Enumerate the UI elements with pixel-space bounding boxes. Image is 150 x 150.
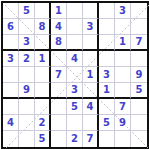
cell-r2c8[interactable] xyxy=(115,19,131,35)
cell-r9c2[interactable] xyxy=(19,131,35,147)
cell-r2c5[interactable] xyxy=(67,19,83,35)
cell-r8c1[interactable]: 4 xyxy=(3,115,19,131)
sudoku-board: 513684338173214713993155474259527 xyxy=(1,1,149,149)
cell-r2c6[interactable]: 3 xyxy=(83,19,99,35)
cell-r2c2[interactable] xyxy=(19,19,35,35)
cell-r1c4[interactable]: 1 xyxy=(51,3,67,19)
cell-r7c5[interactable]: 5 xyxy=(67,99,83,115)
cell-r1c6[interactable] xyxy=(83,3,99,19)
cell-r6c3[interactable] xyxy=(35,83,51,99)
cell-r6c2[interactable]: 9 xyxy=(19,83,35,99)
cell-r3c3[interactable] xyxy=(35,35,51,51)
cell-r8c7[interactable]: 5 xyxy=(99,115,115,131)
cell-r4c6[interactable] xyxy=(83,51,99,67)
cell-r7c9[interactable] xyxy=(131,99,147,115)
cell-r8c4[interactable] xyxy=(51,115,67,131)
cell-r6c4[interactable] xyxy=(51,83,67,99)
cell-r3c1[interactable] xyxy=(3,35,19,51)
cell-r1c9[interactable] xyxy=(131,3,147,19)
cell-r9c6[interactable]: 7 xyxy=(83,131,99,147)
cell-r1c2[interactable]: 5 xyxy=(19,3,35,19)
cell-r4c4[interactable] xyxy=(51,51,67,67)
cell-r6c8[interactable] xyxy=(115,83,131,99)
cell-r5c7[interactable]: 3 xyxy=(99,67,115,83)
cell-r8c5[interactable] xyxy=(67,115,83,131)
cell-r4c2[interactable]: 2 xyxy=(19,51,35,67)
cell-r7c8[interactable]: 7 xyxy=(115,99,131,115)
cell-r3c9[interactable]: 7 xyxy=(131,35,147,51)
cell-r1c1[interactable] xyxy=(3,3,19,19)
cell-r3c7[interactable] xyxy=(99,35,115,51)
cell-r6c5[interactable]: 3 xyxy=(67,83,83,99)
cell-r6c1[interactable] xyxy=(3,83,19,99)
cell-r1c8[interactable]: 3 xyxy=(115,3,131,19)
cell-r7c2[interactable] xyxy=(19,99,35,115)
cell-r7c6[interactable]: 4 xyxy=(83,99,99,115)
cell-r8c2[interactable] xyxy=(19,115,35,131)
cell-r5c6[interactable]: 1 xyxy=(83,67,99,83)
cell-r5c8[interactable] xyxy=(115,67,131,83)
cell-r9c4[interactable] xyxy=(51,131,67,147)
cell-r2c9[interactable] xyxy=(131,19,147,35)
cell-r3c8[interactable]: 1 xyxy=(115,35,131,51)
cell-r4c5[interactable]: 4 xyxy=(67,51,83,67)
cell-r9c7[interactable] xyxy=(99,131,115,147)
cell-r2c4[interactable]: 4 xyxy=(51,19,67,35)
cell-r8c6[interactable] xyxy=(83,115,99,131)
cell-r7c3[interactable] xyxy=(35,99,51,115)
cell-r4c8[interactable] xyxy=(115,51,131,67)
cell-r6c9[interactable]: 5 xyxy=(131,83,147,99)
cell-r3c5[interactable] xyxy=(67,35,83,51)
cell-r4c3[interactable]: 1 xyxy=(35,51,51,67)
cell-r1c3[interactable] xyxy=(35,3,51,19)
cell-r2c7[interactable] xyxy=(99,19,115,35)
cell-r5c9[interactable]: 9 xyxy=(131,67,147,83)
cell-r6c7[interactable]: 1 xyxy=(99,83,115,99)
cell-r5c2[interactable] xyxy=(19,67,35,83)
cell-r7c1[interactable] xyxy=(3,99,19,115)
cell-r6c6[interactable] xyxy=(83,83,99,99)
cell-r9c8[interactable] xyxy=(115,131,131,147)
cell-r8c8[interactable]: 9 xyxy=(115,115,131,131)
cell-r4c1[interactable]: 3 xyxy=(3,51,19,67)
cell-r9c3[interactable]: 5 xyxy=(35,131,51,147)
cell-r5c4[interactable]: 7 xyxy=(51,67,67,83)
cell-r4c9[interactable] xyxy=(131,51,147,67)
cell-r1c7[interactable] xyxy=(99,3,115,19)
cell-r8c3[interactable]: 2 xyxy=(35,115,51,131)
cell-r5c5[interactable] xyxy=(67,67,83,83)
cell-r3c2[interactable]: 3 xyxy=(19,35,35,51)
sudoku-board-wrapper: 513684338173214713993155474259527 xyxy=(1,1,149,149)
cell-r2c1[interactable]: 6 xyxy=(3,19,19,35)
cell-r9c1[interactable] xyxy=(3,131,19,147)
cell-r3c4[interactable]: 8 xyxy=(51,35,67,51)
cell-r5c1[interactable] xyxy=(3,67,19,83)
cell-r7c7[interactable] xyxy=(99,99,115,115)
cell-r9c9[interactable] xyxy=(131,131,147,147)
cell-r4c7[interactable] xyxy=(99,51,115,67)
cell-r8c9[interactable] xyxy=(131,115,147,131)
cell-r7c4[interactable] xyxy=(51,99,67,115)
cell-r2c3[interactable]: 8 xyxy=(35,19,51,35)
cell-r3c6[interactable] xyxy=(83,35,99,51)
cell-r1c5[interactable] xyxy=(67,3,83,19)
cell-r5c3[interactable] xyxy=(35,67,51,83)
cell-r9c5[interactable]: 2 xyxy=(67,131,83,147)
